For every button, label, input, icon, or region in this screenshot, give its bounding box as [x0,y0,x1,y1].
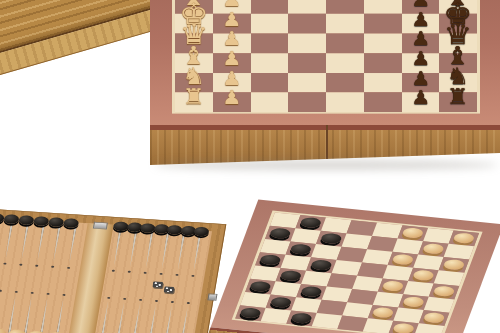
square-b4 [288,73,326,93]
point-tip-dot [159,273,162,275]
point-tip-dot [155,300,158,302]
point-top-2 [0,218,18,259]
product-photo-canvas: ♜♟♟♜♞♟♟♞♝♟♟♝♚♟♟♚♛♟♟♛♝♟♟♝♞♟♟♞♜♟♟♜ [0,0,500,333]
point-top-8 [125,226,143,267]
checkers-board [211,200,500,333]
square-c7: ♟ [402,53,440,73]
square-c5 [326,53,364,73]
chess-box-edge [150,125,500,165]
point-tip-dot [31,292,34,294]
square-d8: ♛ [439,34,477,54]
fold-seam [326,125,328,165]
square-b1: ♞ [175,73,213,93]
chess-piece-white-bishop: ♝ [173,0,215,9]
checker-black-man [269,227,292,239]
point-bottom-7 [96,301,114,333]
backgammon-board [0,208,226,333]
square-a5 [326,92,364,112]
square-e2: ♟ [213,14,251,34]
checkers-board-inlay-line [232,211,483,333]
chess-piece-black-bishop: ♝ [437,0,479,9]
die-icon [163,286,174,293]
square-f2: ♟ [213,0,251,14]
backgammon-checker-black [48,217,64,227]
square-d1: ♛ [175,34,213,54]
square-a4 [288,92,326,112]
point-tip-dot [191,275,194,277]
checker-natural-man [392,322,415,333]
square-d7: ♟ [402,34,440,54]
shadow [154,160,498,170]
point-tip-dot [128,271,131,273]
point-bottom-8 [112,302,130,333]
point-bottom-10 [144,304,162,333]
square-f8: ♝ [439,0,477,14]
checker-natural-man [452,232,475,244]
square-f4 [288,0,326,14]
square-a8: ♜ [439,92,477,112]
checker-natural-man [423,312,446,324]
point-tip-dot [112,270,115,272]
backgammon-right-half [92,225,212,333]
backgammon-checker-black [33,216,49,226]
square-a2: ♟ [213,92,251,112]
checker-black-man [310,259,333,271]
checker-natural-man [402,296,425,308]
point-top-9 [140,227,158,268]
square-b2: ♟ [213,73,251,93]
square-r7c6 [388,321,418,333]
square-c6 [364,53,402,73]
square-a7: ♟ [402,92,440,112]
backgammon-checker-black [63,218,79,228]
point-bottom-2 [0,294,5,333]
square-f6 [364,0,402,14]
checker-black-man [269,296,292,308]
square-e6 [364,14,402,34]
checker-black-man [300,286,323,298]
backgammon-set [0,216,227,333]
point-tip-dot [15,291,18,293]
checker-black-man [249,280,272,292]
backgammon-checker-black [193,226,209,236]
square-e5 [326,14,364,34]
checker-natural-man [391,253,414,265]
clasp-latch-icon [207,293,217,300]
point-top-5 [48,221,66,262]
point-tip-dot [144,272,147,274]
square-b5 [326,73,364,93]
checker-natural-man [372,307,395,319]
point-tip-dot [175,274,178,276]
checker-black-man [279,270,302,282]
point-top-12 [188,230,206,271]
square-e8: ♚ [439,14,477,34]
chess-piece-black-pawn: ♟ [399,0,441,9]
point-bottom-4 [19,296,37,333]
point-bottom-3 [3,295,21,333]
square-a6 [364,92,402,112]
square-d5 [326,34,364,54]
checker-natural-man [433,285,456,297]
checkers-set [256,212,500,333]
point-tip-dot [67,267,70,269]
point-top-4 [32,220,50,261]
point-top-7 [109,225,127,266]
point-bottom-9 [128,303,146,333]
square-a3 [251,92,289,112]
point-tip-dot [139,299,142,301]
checker-natural-man [401,227,424,239]
square-d2: ♟ [213,34,251,54]
square-d6 [364,34,402,54]
point-tip-dot [171,301,174,303]
point-tip-dot [46,293,49,295]
square-b6 [364,73,402,93]
point-bottom-5 [35,297,53,333]
square-e4 [288,14,326,34]
point-top-6 [64,222,82,263]
square-a1: ♜ [175,92,213,112]
point-bottom-6 [51,298,69,333]
hinge-icon [93,222,108,230]
checker-natural-man [422,243,445,255]
square-f5 [326,0,364,14]
square-f7: ♟ [402,0,440,14]
square-d4 [288,34,326,54]
backgammon-checker-natural [0,328,7,333]
chess-board-inlay-line: ♜♟♟♜♞♟♟♞♝♟♟♝♚♟♟♚♛♟♟♛♝♟♟♝♞♟♟♞♜♟♟♜ [172,0,480,114]
checker-natural-man [412,269,435,281]
checker-black-man [239,307,262,319]
checker-black-man [299,217,322,229]
backgammon-field [0,217,212,333]
backgammon-checker-black [3,214,19,224]
point-tip-dot [3,263,6,265]
square-r7c7 [414,323,444,333]
square-c1: ♝ [175,53,213,73]
checker-black-man [290,312,313,324]
chess-board: ♜♟♟♜♞♟♟♞♝♟♟♝♚♟♟♚♛♟♟♛♝♟♟♝♞♟♟♞♜♟♟♜ [150,0,500,125]
square-c8: ♝ [439,53,477,73]
square-c3 [251,53,289,73]
point-tip-dot [107,297,110,299]
square-b3 [251,73,289,93]
square-e1: ♚ [175,14,213,34]
point-tip-dot [187,302,190,304]
point-top-10 [156,228,174,269]
backgammon-checker-black [18,215,34,225]
point-bottom-11 [159,305,177,333]
square-b7: ♟ [402,73,440,93]
square-e7: ♟ [402,14,440,34]
point-tip-dot [0,290,2,292]
point-bottom-12 [175,306,193,333]
point-tip-dot [35,265,38,267]
point-tip-dot [19,264,22,266]
checker-natural-man [381,280,404,292]
checker-black-man [259,254,282,266]
checker-black-man [289,243,312,255]
point-top-1 [0,217,2,258]
square-e3 [251,14,289,34]
square-c4 [288,53,326,73]
die-icon [152,281,163,288]
square-d3 [251,34,289,54]
point-tip-dot [123,298,126,300]
square-b8: ♞ [439,73,477,93]
square-c2: ♟ [213,53,251,73]
chess-set: ♜♟♟♜♞♟♟♞♝♟♟♝♚♟♟♚♛♟♟♛♝♟♟♝♞♟♟♞♜♟♟♜ [150,0,500,182]
point-tip-dot [51,266,54,268]
square-f1: ♝ [175,0,213,14]
checker-natural-man [442,259,465,271]
square-f3 [251,0,289,14]
chess-piece-white-pawn: ♟ [210,0,252,9]
point-top-3 [16,219,34,260]
checker-black-man [320,232,343,244]
point-tip-dot [62,294,65,296]
